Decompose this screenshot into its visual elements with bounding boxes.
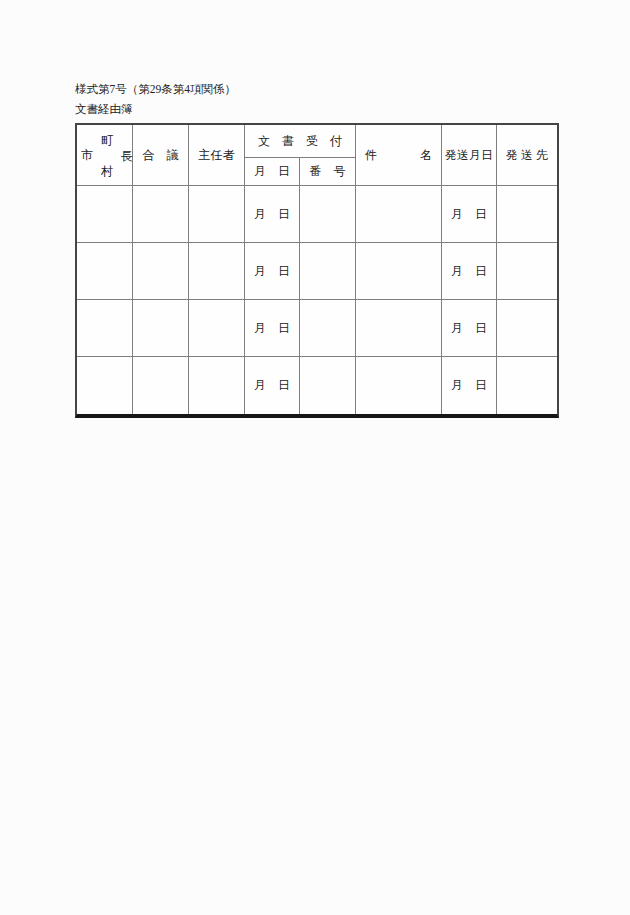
cell-receipt-date: 月 日: [245, 186, 300, 243]
header-cell-subject: 件 名: [356, 125, 442, 186]
cell-mayor: [77, 300, 133, 357]
cell-mayor: [77, 243, 133, 300]
page-title: 文書経由簿: [75, 102, 133, 116]
mayor-char-city: 市: [81, 147, 93, 164]
header-cell-mayor: 市 町 村 長: [77, 125, 133, 186]
cell-receipt-date: 月 日: [245, 243, 300, 300]
cell-consultation: [133, 243, 189, 300]
header-cell-document-receipt: 文 書 受 付: [245, 125, 356, 158]
header-cell-receipt-number: 番 号: [300, 158, 356, 186]
mayor-char-village: 村: [101, 163, 113, 180]
subject-label-right: 名: [420, 147, 432, 164]
cell-receipt-number: [300, 186, 356, 243]
header-cell-receipt-date: 月 日: [245, 158, 300, 186]
cell-send-date: 月 日: [442, 243, 497, 300]
cell-subject: [356, 357, 442, 414]
cell-chief: [189, 300, 245, 357]
cell-destination: [497, 300, 557, 357]
cell-receipt-date: 月 日: [245, 357, 300, 414]
mayor-char-head: 長: [121, 148, 133, 165]
cell-chief: [189, 357, 245, 414]
cell-consultation: [133, 300, 189, 357]
cell-consultation: [133, 357, 189, 414]
header-cell-destination: 発 送 先: [497, 125, 557, 186]
cell-receipt-number: [300, 300, 356, 357]
cell-receipt-number: [300, 243, 356, 300]
header-cell-consultation: 合 議: [133, 125, 189, 186]
cell-subject: [356, 186, 442, 243]
cell-send-date: 月 日: [442, 357, 497, 414]
subject-label-left: 件: [365, 147, 377, 164]
cell-chief: [189, 186, 245, 243]
header-cell-send-date: 発送月日: [442, 125, 497, 186]
cell-mayor: [77, 357, 133, 414]
cell-destination: [497, 186, 557, 243]
cell-send-date: 月 日: [442, 300, 497, 357]
document-page: 様式第7号（第29条第4項関係） 文書経由簿 市 町 村 長 合 議 主任者 文…: [0, 0, 630, 915]
cell-receipt-number: [300, 357, 356, 414]
form-number: 様式第7号（第29条第4項関係）: [75, 82, 236, 96]
cell-subject: [356, 243, 442, 300]
cell-chief: [189, 243, 245, 300]
cell-send-date: 月 日: [442, 186, 497, 243]
register-table: 市 町 村 長 合 議 主任者 文 書 受 付 月 日 番 号 件 名 発送月日…: [75, 123, 559, 418]
cell-consultation: [133, 186, 189, 243]
cell-destination: [497, 357, 557, 414]
cell-destination: [497, 243, 557, 300]
header-cell-chief: 主任者: [189, 125, 245, 186]
cell-receipt-date: 月 日: [245, 300, 300, 357]
mayor-char-town: 町: [101, 132, 113, 149]
cell-mayor: [77, 186, 133, 243]
cell-subject: [356, 300, 442, 357]
